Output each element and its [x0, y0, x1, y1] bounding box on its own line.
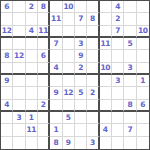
- cell-r9c2-given[interactable]: 1: [26, 112, 38, 124]
- cell-r5c7-empty[interactable]: [87, 63, 99, 75]
- cell-r4c4-empty[interactable]: [50, 50, 62, 62]
- cell-r3c8-given[interactable]: 11: [100, 38, 112, 50]
- cell-r7c9-empty[interactable]: [112, 87, 124, 99]
- cell-r6c11-given[interactable]: 1: [137, 75, 149, 87]
- cell-r4c2-empty[interactable]: [26, 50, 38, 62]
- cell-r9c0-empty[interactable]: [1, 112, 13, 124]
- cell-r6c2-empty[interactable]: [26, 75, 38, 87]
- cell-r0c4-empty[interactable]: [50, 1, 62, 13]
- cell-r11c9-empty[interactable]: [112, 137, 124, 149]
- cell-r11c5-given[interactable]: 9: [63, 137, 75, 149]
- cell-r1c5-empty[interactable]: [63, 13, 75, 25]
- cell-r3c10-given[interactable]: 5: [124, 38, 136, 50]
- cell-r11c2-empty[interactable]: [26, 137, 38, 149]
- cell-r1c11-empty[interactable]: [137, 13, 149, 25]
- cell-r10c3-empty[interactable]: [38, 124, 50, 136]
- cell-r8c4-empty[interactable]: [50, 100, 62, 112]
- cell-r0c2-given[interactable]: 2: [26, 1, 38, 13]
- cell-r10c7-empty[interactable]: [87, 124, 99, 136]
- cell-r10c9-empty[interactable]: [112, 124, 124, 136]
- cell-r1c8-empty[interactable]: [100, 13, 112, 25]
- cell-r0c5-given[interactable]: 10: [63, 1, 75, 13]
- cell-r10c11-empty[interactable]: [137, 124, 149, 136]
- cell-r3c5-empty[interactable]: [63, 38, 75, 50]
- cell-r0c10-empty[interactable]: [124, 1, 136, 13]
- cell-r0c8-empty[interactable]: [100, 1, 112, 13]
- cell-r10c1-empty[interactable]: [13, 124, 25, 136]
- cell-r5c1-empty[interactable]: [13, 63, 25, 75]
- cell-r11c1-empty[interactable]: [13, 137, 25, 149]
- cell-r5c11-empty[interactable]: [137, 63, 149, 75]
- cell-r2c8-empty[interactable]: [100, 26, 112, 38]
- cell-r8c1-empty[interactable]: [13, 100, 25, 112]
- cell-r0c1-empty[interactable]: [13, 1, 25, 13]
- cell-r3c11-empty[interactable]: [137, 38, 149, 50]
- cell-r8c6-empty[interactable]: [75, 100, 87, 112]
- cell-r4c9-empty[interactable]: [112, 50, 124, 62]
- cell-r1c6-given[interactable]: 7: [75, 13, 87, 25]
- cell-r0c7-empty[interactable]: [87, 1, 99, 13]
- cell-r5c9-empty[interactable]: [112, 63, 124, 75]
- cell-r6c1-empty[interactable]: [13, 75, 25, 87]
- cell-r7c4-given[interactable]: 9: [50, 87, 62, 99]
- cell-r0c9-given[interactable]: 4: [112, 1, 124, 13]
- cell-r6c6-empty[interactable]: [75, 75, 87, 87]
- cell-r1c2-empty[interactable]: [26, 13, 38, 25]
- cell-r2c6-empty[interactable]: [75, 26, 87, 38]
- cell-r4c0-given[interactable]: 8: [1, 50, 13, 62]
- cell-r2c5-empty[interactable]: [63, 26, 75, 38]
- cell-r1c1-empty[interactable]: [13, 13, 25, 25]
- cell-r3c1-empty[interactable]: [13, 38, 25, 50]
- cell-r3c0-empty[interactable]: [1, 38, 13, 50]
- cell-r7c2-empty[interactable]: [26, 87, 38, 99]
- cell-r2c11-given[interactable]: 10: [137, 26, 149, 38]
- cell-r2c4-empty[interactable]: [50, 26, 62, 38]
- cell-r4c10-empty[interactable]: [124, 50, 136, 62]
- cell-r1c3-empty[interactable]: [38, 13, 50, 25]
- cell-r11c7-given[interactable]: 3: [87, 137, 99, 149]
- cell-r4c6-given[interactable]: 9: [75, 50, 87, 62]
- cell-r1c7-given[interactable]: 8: [87, 13, 99, 25]
- cell-r1c4-given[interactable]: 11: [50, 13, 62, 25]
- cell-r11c3-empty[interactable]: [38, 137, 50, 149]
- cell-r7c0-empty[interactable]: [1, 87, 13, 99]
- cell-r8c9-empty[interactable]: [112, 100, 124, 112]
- cell-r4c3-given[interactable]: 6: [38, 50, 50, 62]
- cell-r9c8-empty[interactable]: [100, 112, 112, 124]
- cell-r8c7-empty[interactable]: [87, 100, 99, 112]
- cell-r5c10-given[interactable]: 3: [124, 63, 136, 75]
- cell-r9c5-given[interactable]: 5: [63, 112, 75, 124]
- sudoku-board: 6281041178212411710731158126942103931912…: [0, 0, 150, 150]
- cell-r11c11-empty[interactable]: [137, 137, 149, 149]
- cell-r4c11-empty[interactable]: [137, 50, 149, 62]
- cell-r11c8-empty[interactable]: [100, 137, 112, 149]
- cell-r7c6-given[interactable]: 5: [75, 87, 87, 99]
- cell-r9c6-empty[interactable]: [75, 112, 87, 124]
- cell-r7c3-empty[interactable]: [38, 87, 50, 99]
- cell-r11c0-empty[interactable]: [1, 137, 13, 149]
- cell-r4c7-empty[interactable]: [87, 50, 99, 62]
- cell-r0c3-given[interactable]: 8: [38, 1, 50, 13]
- cell-r7c8-empty[interactable]: [100, 87, 112, 99]
- cell-r1c10-empty[interactable]: [124, 13, 136, 25]
- cell-r3c2-empty[interactable]: [26, 38, 38, 50]
- cell-r7c5-given[interactable]: 12: [63, 87, 75, 99]
- cell-r11c10-empty[interactable]: [124, 137, 136, 149]
- cell-r10c6-empty[interactable]: [75, 124, 87, 136]
- cell-r0c11-empty[interactable]: [137, 1, 149, 13]
- cell-r6c8-empty[interactable]: [100, 75, 112, 87]
- cell-r2c0-given[interactable]: 12: [1, 26, 13, 38]
- cell-r5c8-given[interactable]: 10: [100, 63, 112, 75]
- cell-r5c2-empty[interactable]: [26, 63, 38, 75]
- cell-r4c1-given[interactable]: 12: [13, 50, 25, 62]
- cell-r5c6-given[interactable]: 2: [75, 63, 87, 75]
- cell-r9c4-empty[interactable]: [50, 112, 62, 124]
- cell-r8c5-empty[interactable]: [63, 100, 75, 112]
- cell-r4c8-empty[interactable]: [100, 50, 112, 62]
- cell-r10c4-given[interactable]: 1: [50, 124, 62, 136]
- cell-r2c9-given[interactable]: 7: [112, 26, 124, 38]
- cell-r8c3-given[interactable]: 2: [38, 100, 50, 112]
- cell-r2c7-empty[interactable]: [87, 26, 99, 38]
- cell-r9c10-empty[interactable]: [124, 112, 136, 124]
- cell-r7c1-empty[interactable]: [13, 87, 25, 99]
- cell-r7c10-empty[interactable]: [124, 87, 136, 99]
- cell-r7c7-given[interactable]: 2: [87, 87, 99, 99]
- cell-r6c0-given[interactable]: 9: [1, 75, 13, 87]
- cell-r7c11-empty[interactable]: [137, 87, 149, 99]
- cell-r10c8-given[interactable]: 4: [100, 124, 112, 136]
- cell-r4c5-empty[interactable]: [63, 50, 75, 62]
- cell-r6c4-empty[interactable]: [50, 75, 62, 87]
- cell-r9c11-empty[interactable]: [137, 112, 149, 124]
- cell-r10c10-given[interactable]: 7: [124, 124, 136, 136]
- cell-r10c2-given[interactable]: 11: [26, 124, 38, 136]
- cell-r3c4-given[interactable]: 7: [50, 38, 62, 50]
- cell-r8c0-given[interactable]: 4: [1, 100, 13, 112]
- cell-r6c9-given[interactable]: 3: [112, 75, 124, 87]
- cell-r5c3-empty[interactable]: [38, 63, 50, 75]
- cell-r11c4-given[interactable]: 8: [50, 137, 62, 149]
- cell-r8c11-given[interactable]: 6: [137, 100, 149, 112]
- cell-r3c9-empty[interactable]: [112, 38, 124, 50]
- cell-r9c3-empty[interactable]: [38, 112, 50, 124]
- cell-r5c4-given[interactable]: 4: [50, 63, 62, 75]
- cell-r6c3-empty[interactable]: [38, 75, 50, 87]
- cell-r0c6-empty[interactable]: [75, 1, 87, 13]
- cell-r8c8-empty[interactable]: [100, 100, 112, 112]
- cell-r2c10-empty[interactable]: [124, 26, 136, 38]
- cell-r6c5-empty[interactable]: [63, 75, 75, 87]
- cell-r6c10-empty[interactable]: [124, 75, 136, 87]
- cell-r8c2-empty[interactable]: [26, 100, 38, 112]
- cell-r8c10-given[interactable]: 8: [124, 100, 136, 112]
- cell-r10c0-empty[interactable]: [1, 124, 13, 136]
- cell-r11c6-empty[interactable]: [75, 137, 87, 149]
- cell-r9c9-empty[interactable]: [112, 112, 124, 124]
- cell-r1c9-given[interactable]: 2: [112, 13, 124, 25]
- cell-r5c5-empty[interactable]: [63, 63, 75, 75]
- cell-r2c1-empty[interactable]: [13, 26, 25, 38]
- cell-r3c3-empty[interactable]: [38, 38, 50, 50]
- cell-r6c7-empty[interactable]: [87, 75, 99, 87]
- cell-r2c2-given[interactable]: 4: [26, 26, 38, 38]
- cell-r9c7-empty[interactable]: [87, 112, 99, 124]
- cell-r0c0-given[interactable]: 6: [1, 1, 13, 13]
- cell-r1c0-empty[interactable]: [1, 13, 13, 25]
- cell-r3c7-empty[interactable]: [87, 38, 99, 50]
- cell-r10c5-empty[interactable]: [63, 124, 75, 136]
- cell-r3c6-given[interactable]: 3: [75, 38, 87, 50]
- cell-r5c0-empty[interactable]: [1, 63, 13, 75]
- cell-r9c1-given[interactable]: 3: [13, 112, 25, 124]
- cell-r2c3-given[interactable]: 11: [38, 26, 50, 38]
